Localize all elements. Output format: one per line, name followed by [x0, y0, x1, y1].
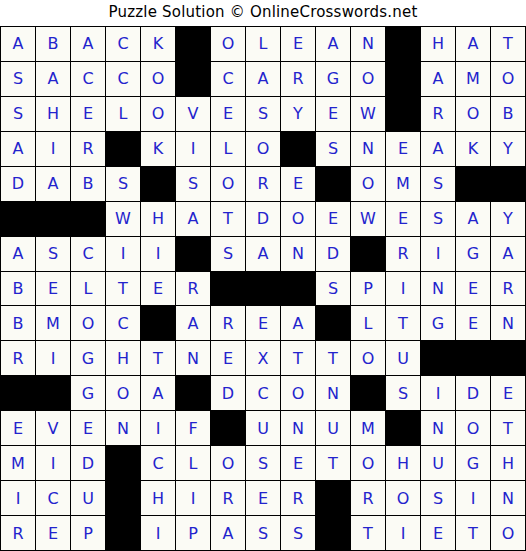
letter-cell: R — [386, 237, 420, 271]
letter-cell: R — [491, 272, 525, 306]
letter-cell: N — [421, 411, 455, 445]
letter-cell: A — [71, 27, 105, 61]
letter-cell: H — [106, 341, 140, 375]
letter-cell: T — [386, 306, 420, 340]
letter-cell: H — [386, 446, 420, 480]
letter-cell: A — [36, 62, 70, 96]
letter-cell: E — [246, 306, 280, 340]
black-square — [106, 516, 140, 550]
letter-cell: L — [211, 132, 245, 166]
letter-cell: A — [316, 27, 350, 61]
letter-cell: G — [71, 341, 105, 375]
letter-cell: V — [176, 97, 210, 131]
letter-cell: N — [106, 411, 140, 445]
letter-cell: S — [386, 376, 420, 410]
letter-cell: E — [456, 306, 490, 340]
letter-cell: I — [106, 237, 140, 271]
letter-cell: C — [141, 446, 175, 480]
letter-cell: W — [351, 97, 385, 131]
black-square — [211, 411, 245, 445]
letter-cell: B — [491, 97, 525, 131]
letter-cell: I — [456, 481, 490, 515]
letter-cell: S — [246, 516, 280, 550]
letter-cell: Y — [491, 132, 525, 166]
letter-cell: H — [36, 97, 70, 131]
letter-cell: R — [211, 306, 245, 340]
letter-cell: S — [246, 446, 280, 480]
black-square — [316, 167, 350, 201]
letter-cell: A — [421, 132, 455, 166]
black-square — [1, 202, 35, 236]
letter-cell: S — [176, 167, 210, 201]
letter-cell: L — [246, 27, 280, 61]
letter-cell: K — [456, 132, 490, 166]
black-square — [281, 132, 315, 166]
letter-cell: O — [141, 62, 175, 96]
letter-cell: L — [176, 446, 210, 480]
letter-cell: U — [386, 341, 420, 375]
letter-cell: O — [211, 167, 245, 201]
letter-cell: N — [491, 306, 525, 340]
letter-cell: P — [351, 272, 385, 306]
letter-cell: A — [1, 27, 35, 61]
letter-cell: D — [71, 446, 105, 480]
letter-cell: U — [316, 411, 350, 445]
letter-cell: F — [176, 411, 210, 445]
letter-cell: S — [421, 481, 455, 515]
letter-cell: S — [421, 167, 455, 201]
letter-cell: C — [106, 306, 140, 340]
letter-cell: D — [316, 237, 350, 271]
letter-cell: O — [281, 202, 315, 236]
letter-cell: D — [456, 376, 490, 410]
black-square — [1, 376, 35, 410]
letter-cell: D — [246, 202, 280, 236]
black-square — [211, 272, 245, 306]
letter-cell: O — [456, 411, 490, 445]
black-square — [351, 237, 385, 271]
letter-cell: N — [491, 481, 525, 515]
letter-cell: O — [351, 167, 385, 201]
black-square — [421, 341, 455, 375]
letter-cell: S — [281, 516, 315, 550]
letter-cell: I — [386, 272, 420, 306]
letter-cell: I — [176, 481, 210, 515]
black-square — [36, 376, 70, 410]
letter-cell: I — [36, 132, 70, 166]
letter-cell: S — [1, 62, 35, 96]
letter-cell: U — [246, 411, 280, 445]
letter-cell: E — [316, 97, 350, 131]
letter-cell: N — [176, 341, 210, 375]
letter-cell: R — [71, 132, 105, 166]
letter-cell: I — [141, 516, 175, 550]
letter-cell: G — [456, 237, 490, 271]
letter-cell: S — [316, 132, 350, 166]
letter-cell: L — [351, 306, 385, 340]
letter-cell: A — [456, 27, 490, 61]
letter-cell: B — [1, 306, 35, 340]
letter-cell: O — [351, 446, 385, 480]
letter-cell: B — [1, 272, 35, 306]
letter-cell: R — [351, 481, 385, 515]
letter-cell: A — [281, 306, 315, 340]
letter-cell: E — [316, 202, 350, 236]
letter-cell: T — [316, 341, 350, 375]
letter-cell: C — [71, 237, 105, 271]
black-square — [386, 97, 420, 131]
letter-cell: E — [71, 97, 105, 131]
letter-cell: R — [421, 97, 455, 131]
letter-cell: T — [456, 516, 490, 550]
letter-cell: Y — [281, 97, 315, 131]
letter-cell: R — [176, 272, 210, 306]
letter-cell: A — [176, 306, 210, 340]
letter-cell: N — [316, 376, 350, 410]
black-square — [176, 376, 210, 410]
letter-cell: G — [71, 376, 105, 410]
letter-cell: C — [211, 62, 245, 96]
letter-cell: A — [491, 237, 525, 271]
letter-cell: T — [281, 341, 315, 375]
letter-cell: I — [141, 411, 175, 445]
letter-cell: O — [491, 62, 525, 96]
letter-cell: E — [211, 97, 245, 131]
letter-cell: O — [71, 306, 105, 340]
letter-cell: A — [421, 62, 455, 96]
letter-cell: T — [106, 272, 140, 306]
black-square — [106, 446, 140, 480]
black-square — [386, 62, 420, 96]
letter-cell: E — [1, 411, 35, 445]
black-square — [246, 272, 280, 306]
letter-cell: A — [246, 62, 280, 96]
letter-cell: X — [246, 341, 280, 375]
black-square — [316, 481, 350, 515]
letter-cell: M — [1, 446, 35, 480]
letter-cell: A — [36, 167, 70, 201]
letter-cell: O — [386, 481, 420, 515]
letter-cell: L — [106, 97, 140, 131]
letter-cell: B — [36, 27, 70, 61]
letter-cell: I — [141, 237, 175, 271]
letter-cell: I — [386, 516, 420, 550]
black-square — [106, 481, 140, 515]
letter-cell: T — [141, 341, 175, 375]
letter-cell: E — [386, 132, 420, 166]
letter-cell: M — [456, 62, 490, 96]
letter-cell: H — [491, 446, 525, 480]
letter-cell: I — [36, 341, 70, 375]
letter-cell: O — [211, 446, 245, 480]
letter-cell: A — [1, 132, 35, 166]
letter-cell: T — [491, 27, 525, 61]
letter-cell: T — [351, 516, 385, 550]
letter-cell: O — [351, 62, 385, 96]
letter-cell: U — [421, 446, 455, 480]
letter-cell: N — [281, 237, 315, 271]
letter-cell: S — [421, 202, 455, 236]
black-square — [176, 62, 210, 96]
black-square — [141, 167, 175, 201]
letter-cell: G — [316, 62, 350, 96]
letter-cell: C — [106, 62, 140, 96]
letter-cell: B — [71, 167, 105, 201]
letter-cell: S — [316, 272, 350, 306]
letter-cell: O — [211, 27, 245, 61]
letter-cell: T — [211, 202, 245, 236]
letter-cell: N — [421, 272, 455, 306]
letter-cell: I — [421, 376, 455, 410]
letter-cell: A — [141, 376, 175, 410]
letter-cell: M — [36, 306, 70, 340]
letter-cell: E — [421, 516, 455, 550]
black-square — [316, 306, 350, 340]
black-square — [386, 411, 420, 445]
letter-cell: O — [141, 97, 175, 131]
letter-cell: C — [106, 27, 140, 61]
letter-cell: O — [351, 341, 385, 375]
letter-cell: O — [456, 97, 490, 131]
black-square — [386, 27, 420, 61]
letter-cell: U — [71, 481, 105, 515]
black-square — [316, 516, 350, 550]
letter-cell: R — [246, 167, 280, 201]
letter-cell: N — [351, 132, 385, 166]
letter-cell: H — [141, 481, 175, 515]
black-square — [281, 272, 315, 306]
letter-cell: C — [246, 376, 280, 410]
puzzle-solution-page: Puzzle Solution © OnlineCrosswords.net A… — [0, 0, 526, 551]
letter-cell: E — [386, 202, 420, 236]
letter-cell: E — [281, 446, 315, 480]
letter-cell: O — [281, 376, 315, 410]
black-square — [456, 167, 490, 201]
letter-cell: S — [36, 237, 70, 271]
letter-cell: H — [421, 27, 455, 61]
letter-cell: R — [281, 481, 315, 515]
letter-cell: E — [141, 272, 175, 306]
letter-cell: E — [36, 272, 70, 306]
letter-cell: H — [141, 202, 175, 236]
letter-cell: A — [176, 202, 210, 236]
letter-cell: R — [1, 341, 35, 375]
letter-cell: N — [351, 27, 385, 61]
page-title: Puzzle Solution © OnlineCrosswords.net — [0, 0, 526, 26]
letter-cell: A — [1, 237, 35, 271]
letter-cell: N — [281, 411, 315, 445]
letter-cell: E — [281, 27, 315, 61]
letter-cell: C — [36, 481, 70, 515]
letter-cell: W — [106, 202, 140, 236]
black-square — [491, 341, 525, 375]
black-square — [106, 132, 140, 166]
letter-cell: I — [421, 237, 455, 271]
letter-cell: E — [281, 167, 315, 201]
black-square — [141, 306, 175, 340]
letter-cell: M — [386, 167, 420, 201]
letter-cell: K — [141, 27, 175, 61]
letter-cell: S — [1, 97, 35, 131]
letter-cell: G — [421, 306, 455, 340]
letter-cell: R — [211, 481, 245, 515]
letter-cell: M — [351, 411, 385, 445]
letter-cell: P — [176, 516, 210, 550]
black-square — [36, 202, 70, 236]
letter-cell: E — [246, 481, 280, 515]
letter-cell: E — [491, 376, 525, 410]
letter-cell: I — [36, 446, 70, 480]
letter-cell: Y — [491, 202, 525, 236]
letter-cell: E — [36, 516, 70, 550]
crossword-grid: ABACKOLEANHATSACCOCARGOAMOSHELOVESYEWROB… — [0, 26, 526, 551]
letter-cell: R — [1, 516, 35, 550]
black-square — [456, 341, 490, 375]
letter-cell: O — [106, 376, 140, 410]
letter-cell: E — [71, 411, 105, 445]
letter-cell: K — [141, 132, 175, 166]
letter-cell: I — [176, 132, 210, 166]
letter-cell: P — [71, 516, 105, 550]
letter-cell: C — [71, 62, 105, 96]
letter-cell: G — [456, 446, 490, 480]
letter-cell: A — [456, 202, 490, 236]
letter-cell: O — [246, 132, 280, 166]
letter-cell: O — [491, 516, 525, 550]
letter-cell: D — [1, 167, 35, 201]
letter-cell: V — [36, 411, 70, 445]
letter-cell: W — [351, 202, 385, 236]
letter-cell: S — [211, 237, 245, 271]
black-square — [71, 202, 105, 236]
letter-cell: A — [246, 237, 280, 271]
letter-cell: I — [1, 481, 35, 515]
letter-cell: T — [316, 446, 350, 480]
letter-cell: E — [211, 341, 245, 375]
letter-cell: D — [211, 376, 245, 410]
letter-cell: E — [456, 272, 490, 306]
black-square — [176, 27, 210, 61]
black-square — [491, 167, 525, 201]
letter-cell: A — [211, 516, 245, 550]
letter-cell: R — [281, 62, 315, 96]
black-square — [351, 376, 385, 410]
black-square — [176, 237, 210, 271]
letter-cell: L — [71, 272, 105, 306]
letter-cell: T — [491, 411, 525, 445]
letter-cell: S — [246, 97, 280, 131]
letter-cell: S — [106, 167, 140, 201]
